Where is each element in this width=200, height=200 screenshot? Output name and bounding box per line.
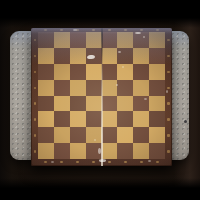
square-b4 [54,96,70,112]
square-h5 [149,80,165,96]
frame-mark [124,161,127,163]
square-b1 [54,143,70,159]
square-d3 [86,111,102,127]
scuff-mark [73,29,77,31]
square-b5 [54,80,70,96]
square-c7 [70,48,86,64]
frame-mark [108,161,111,163]
square-a3 [38,111,54,127]
square-b6 [54,64,70,80]
square-h8 [149,32,165,48]
frame-mark [34,134,37,137]
square-h7 [149,48,165,64]
frame-mark [34,55,37,58]
square-d4 [86,96,102,112]
square-g6 [133,64,149,80]
square-a4 [38,96,54,112]
frame-mark [167,87,170,90]
scuff-mark [118,51,121,53]
frame-mark [76,161,79,163]
scuff-mark [94,139,96,141]
photo-background [0,0,200,200]
frame-mark [34,87,37,90]
square-f4 [117,96,133,112]
frame-mark [34,71,37,74]
square-e2 [102,127,118,143]
frame-mark [167,39,170,42]
square-e3 [102,111,118,127]
square-g8 [133,32,149,48]
square-a2 [38,127,54,143]
square-g7 [133,48,149,64]
frame-mark [167,134,170,137]
square-h4 [149,96,165,112]
square-c4 [70,96,86,112]
square-a6 [38,64,54,80]
frame-mark [140,29,143,31]
square-c5 [70,80,86,96]
frame-mark [167,71,170,74]
frame-mark [156,29,159,31]
square-f2 [117,127,133,143]
square-d5 [86,80,102,96]
frame-mark [60,29,63,31]
square-f1 [117,143,133,159]
scuff-mark [51,161,54,163]
frame-mark [167,102,170,105]
square-a8 [38,32,54,48]
frame-mark [124,29,127,31]
frame-mark [92,29,95,31]
scuff-mark [135,32,141,34]
square-e6 [102,64,118,80]
square-b8 [54,32,70,48]
square-e1 [102,143,118,159]
frame-mark [44,29,47,31]
frame-mark [60,161,63,163]
frame-mark [44,161,47,163]
scuff-mark [122,66,124,68]
square-h1 [149,143,165,159]
square-a5 [38,80,54,96]
frame-mark [167,150,170,153]
square-b7 [54,48,70,64]
frame-mark [34,150,37,153]
frame-mark [92,161,95,163]
square-e4 [102,96,118,112]
frame-mark [108,29,111,31]
square-d8 [86,32,102,48]
frame-mark [34,118,37,121]
square-g2 [133,127,149,143]
scuff-mark [148,160,151,162]
square-b3 [54,111,70,127]
chessboard [31,28,172,166]
square-h2 [149,127,165,143]
square-f8 [117,32,133,48]
square-g1 [133,143,149,159]
square-c6 [70,64,86,80]
scuff-mark [116,84,118,86]
fold-seam [101,28,103,166]
scuff-mark [144,98,147,100]
square-e7 [102,48,118,64]
square-f5 [117,80,133,96]
square-c8 [70,32,86,48]
square-a7 [38,48,54,64]
square-e8 [102,32,118,48]
square-c3 [70,111,86,127]
frame-mark [34,39,37,42]
square-h3 [149,111,165,127]
mat-speck [184,120,187,123]
square-d6 [86,64,102,80]
scuff-mark [166,90,168,93]
scuff-mark [143,36,145,38]
square-h6 [149,64,165,80]
frame-mark [167,55,170,58]
square-g3 [133,111,149,127]
square-e5 [102,80,118,96]
square-b2 [54,127,70,143]
scuff-mark [98,148,101,154]
square-g5 [133,80,149,96]
scuff-mark [99,159,106,162]
square-c1 [70,143,86,159]
square-f3 [117,111,133,127]
square-a1 [38,143,54,159]
frame-mark [167,118,170,121]
frame-mark [34,102,37,105]
square-f6 [117,64,133,80]
frame-mark [156,161,159,163]
square-c2 [70,127,86,143]
frame-mark [140,161,143,163]
